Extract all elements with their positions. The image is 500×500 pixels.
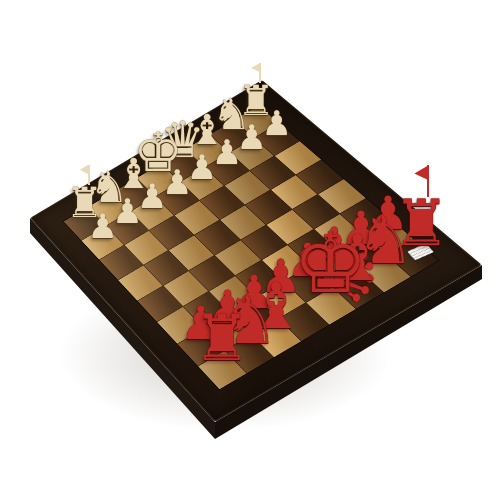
photo-scene: ♜♞♝♚♛♝♞♜♟♟♟♟♟♟♟♟♟♟♟♟♟♟♟♟♜♞♝♚♝♞♜♛ [0,0,500,500]
